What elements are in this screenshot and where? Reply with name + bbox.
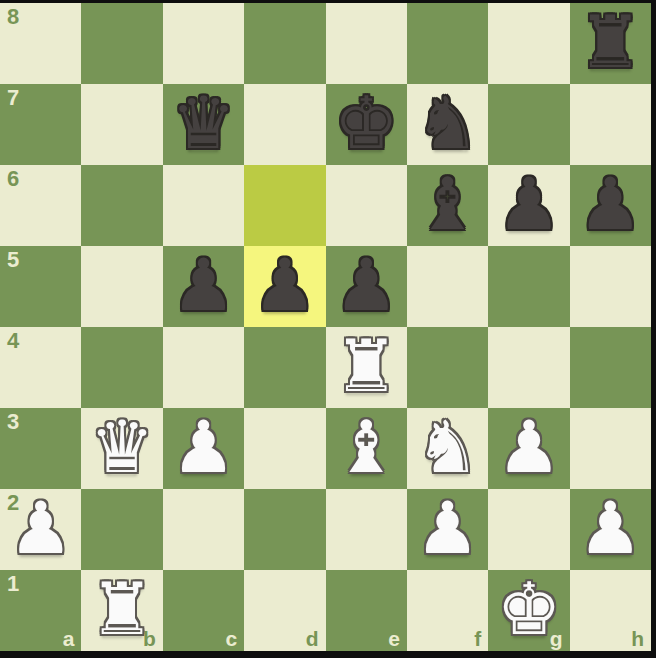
white-queen-icon[interactable]: ♛: [90, 411, 155, 483]
square-d5[interactable]: ♟: [244, 246, 325, 327]
square-c3[interactable]: ♟: [163, 408, 244, 489]
square-f8[interactable]: [407, 3, 488, 84]
white-bishop-icon[interactable]: ♝: [334, 411, 399, 483]
black-pawn-icon[interactable]: ♟: [578, 168, 643, 240]
square-h3[interactable]: [570, 408, 651, 489]
square-e2[interactable]: [326, 489, 407, 570]
black-king-icon[interactable]: ♚: [334, 87, 399, 159]
rank-label-3: 3: [7, 410, 19, 434]
white-pawn-icon[interactable]: ♟: [415, 492, 480, 564]
square-a6[interactable]: 6: [0, 165, 81, 246]
black-pawn-icon[interactable]: ♟: [334, 249, 399, 321]
square-b3[interactable]: ♛: [81, 408, 162, 489]
square-b5[interactable]: [81, 246, 162, 327]
square-a7[interactable]: 7: [0, 84, 81, 165]
square-g5[interactable]: [488, 246, 569, 327]
white-pawn-icon[interactable]: ♟: [8, 492, 73, 564]
square-a4[interactable]: 4: [0, 327, 81, 408]
square-e5[interactable]: ♟: [326, 246, 407, 327]
square-b1[interactable]: b♜: [81, 570, 162, 651]
black-pawn-icon[interactable]: ♟: [497, 168, 562, 240]
square-d3[interactable]: [244, 408, 325, 489]
square-d6[interactable]: [244, 165, 325, 246]
file-label-d: d: [306, 627, 319, 650]
square-c1[interactable]: c: [163, 570, 244, 651]
square-f6[interactable]: ♝: [407, 165, 488, 246]
square-g6[interactable]: ♟: [488, 165, 569, 246]
white-rook-icon[interactable]: ♜: [334, 330, 399, 402]
rank-label-8: 8: [7, 5, 19, 29]
square-b2[interactable]: [81, 489, 162, 570]
square-h2[interactable]: ♟: [570, 489, 651, 570]
square-g8[interactable]: [488, 3, 569, 84]
white-pawn-icon[interactable]: ♟: [171, 411, 236, 483]
square-b6[interactable]: [81, 165, 162, 246]
square-f1[interactable]: f: [407, 570, 488, 651]
black-pawn-icon[interactable]: ♟: [171, 249, 236, 321]
square-e8[interactable]: [326, 3, 407, 84]
rank-label-6: 6: [7, 167, 19, 191]
black-knight-icon[interactable]: ♞: [415, 87, 480, 159]
square-f7[interactable]: ♞: [407, 84, 488, 165]
black-bishop-icon[interactable]: ♝: [415, 168, 480, 240]
square-e1[interactable]: e: [326, 570, 407, 651]
square-h8[interactable]: ♜: [570, 3, 651, 84]
square-g2[interactable]: [488, 489, 569, 570]
square-b4[interactable]: [81, 327, 162, 408]
square-a3[interactable]: 3: [0, 408, 81, 489]
rank-label-5: 5: [7, 248, 19, 272]
file-label-a: a: [63, 627, 75, 650]
square-h4[interactable]: [570, 327, 651, 408]
square-e6[interactable]: [326, 165, 407, 246]
square-g1[interactable]: g♚: [488, 570, 569, 651]
black-pawn-icon[interactable]: ♟: [253, 249, 318, 321]
chess-board: 8♜7♛♚♞6♝♟♟5♟♟♟4♜3♛♟♝♞♟2♟♟♟1ab♜cdefg♚h: [0, 3, 651, 651]
square-a1[interactable]: 1a: [0, 570, 81, 651]
white-knight-icon[interactable]: ♞: [415, 411, 480, 483]
square-d1[interactable]: d: [244, 570, 325, 651]
square-d2[interactable]: [244, 489, 325, 570]
file-label-h: h: [631, 627, 644, 650]
square-h5[interactable]: [570, 246, 651, 327]
file-label-f: f: [474, 627, 481, 650]
square-c6[interactable]: [163, 165, 244, 246]
white-rook-icon[interactable]: ♜: [90, 573, 155, 645]
square-d8[interactable]: [244, 3, 325, 84]
white-pawn-icon[interactable]: ♟: [578, 492, 643, 564]
square-e3[interactable]: ♝: [326, 408, 407, 489]
square-c2[interactable]: [163, 489, 244, 570]
square-c8[interactable]: [163, 3, 244, 84]
square-d4[interactable]: [244, 327, 325, 408]
square-h7[interactable]: [570, 84, 651, 165]
square-e4[interactable]: ♜: [326, 327, 407, 408]
white-pawn-icon[interactable]: ♟: [497, 411, 562, 483]
square-f3[interactable]: ♞: [407, 408, 488, 489]
square-a8[interactable]: 8: [0, 3, 81, 84]
rank-label-4: 4: [7, 329, 19, 353]
square-c5[interactable]: ♟: [163, 246, 244, 327]
square-g7[interactable]: [488, 84, 569, 165]
square-c7[interactable]: ♛: [163, 84, 244, 165]
square-h6[interactable]: ♟: [570, 165, 651, 246]
white-king-icon[interactable]: ♚: [497, 573, 562, 645]
black-queen-icon[interactable]: ♛: [171, 87, 236, 159]
square-b8[interactable]: [81, 3, 162, 84]
square-a5[interactable]: 5: [0, 246, 81, 327]
square-d7[interactable]: [244, 84, 325, 165]
square-f4[interactable]: [407, 327, 488, 408]
square-a2[interactable]: 2♟: [0, 489, 81, 570]
square-e7[interactable]: ♚: [326, 84, 407, 165]
square-g4[interactable]: [488, 327, 569, 408]
square-f5[interactable]: [407, 246, 488, 327]
file-label-c: c: [225, 627, 237, 650]
square-g3[interactable]: ♟: [488, 408, 569, 489]
square-h1[interactable]: h: [570, 570, 651, 651]
square-c4[interactable]: [163, 327, 244, 408]
rank-label-7: 7: [7, 86, 19, 110]
black-rook-icon[interactable]: ♜: [578, 6, 643, 78]
square-b7[interactable]: [81, 84, 162, 165]
rank-label-1: 1: [7, 572, 19, 596]
square-f2[interactable]: ♟: [407, 489, 488, 570]
file-label-e: e: [388, 627, 400, 650]
